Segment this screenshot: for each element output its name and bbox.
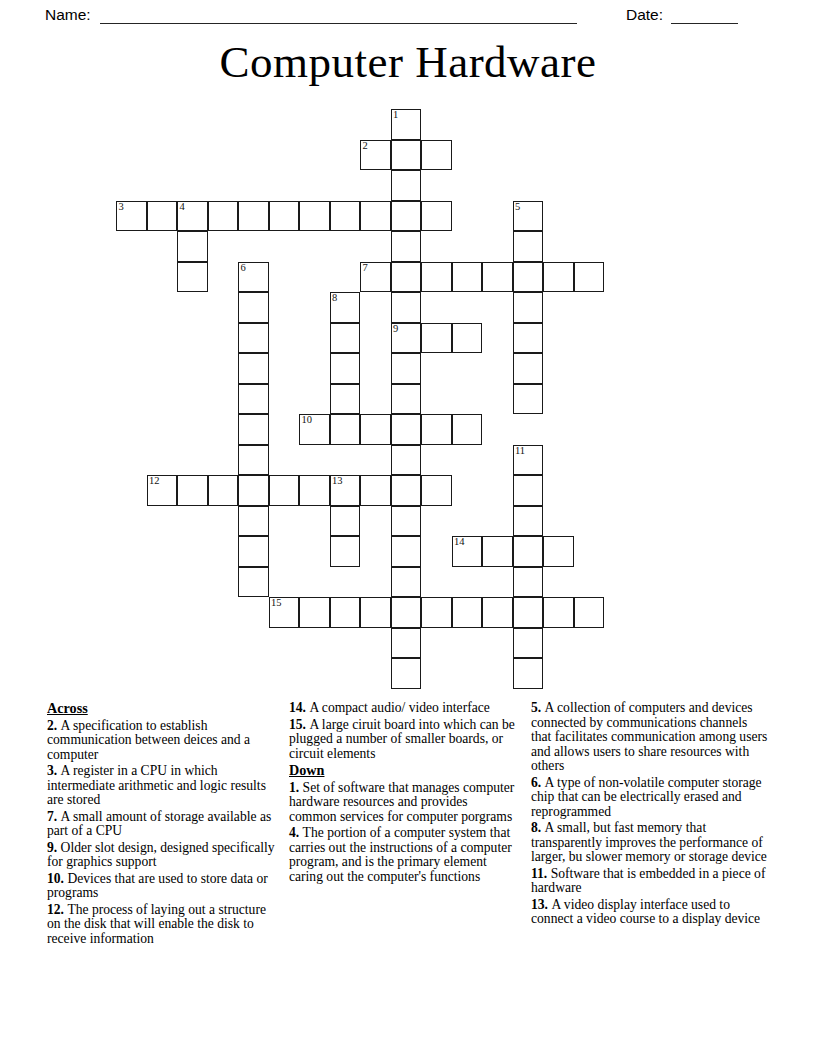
empty-space [543,140,574,171]
empty-space [543,231,574,262]
empty-space [177,292,208,323]
empty-space [421,658,452,689]
empty-space [543,384,574,415]
clue-number-12: 12 [149,475,160,486]
cell-r17c9[interactable] [391,628,422,659]
empty-space [147,628,178,659]
cell-r5c4[interactable]: 6 [238,262,269,293]
empty-space [147,353,178,384]
cell-r11c4[interactable] [238,445,269,476]
empty-space [452,384,483,415]
empty-space [482,445,513,476]
empty-space [299,292,330,323]
cell-r4c9[interactable] [391,231,422,262]
empty-space [482,292,513,323]
cell-r3c0[interactable]: 3 [116,201,147,232]
cell-r12c1[interactable]: 12 [147,475,178,506]
cell-r18c13[interactable] [513,658,544,689]
empty-space [452,475,483,506]
cell-r10c6[interactable]: 10 [299,414,330,445]
date-blank-line [671,6,738,24]
cell-r12c6[interactable] [299,475,330,506]
empty-space [116,597,147,628]
cell-r1c8[interactable]: 2 [360,140,391,171]
empty-space [574,658,605,689]
cell-r13c4[interactable] [238,506,269,537]
empty-space [238,658,269,689]
cell-r5c14[interactable] [543,262,574,293]
cell-r6c4[interactable] [238,292,269,323]
empty-space [574,567,605,598]
empty-space [116,658,147,689]
cell-r5c15[interactable] [574,262,605,293]
clue-4: 4. The portion of a computer system that… [289,826,517,884]
empty-space [330,262,361,293]
empty-space [360,292,391,323]
empty-space [543,201,574,232]
empty-space [360,506,391,537]
empty-space [421,353,452,384]
empty-space [147,445,178,476]
cell-r6c7[interactable]: 8 [330,292,361,323]
cell-r3c1[interactable] [147,201,178,232]
cell-r7c11[interactable] [452,323,483,354]
cell-r5c13[interactable] [513,262,544,293]
empty-space [482,414,513,445]
cell-r13c7[interactable] [330,506,361,537]
empty-space [208,323,239,354]
empty-space [177,384,208,415]
empty-space [299,658,330,689]
cell-r1c10[interactable] [421,140,452,171]
cell-r12c4[interactable] [238,475,269,506]
cell-r14c12[interactable] [482,536,513,567]
empty-space [299,231,330,262]
name-blank-line [100,6,577,24]
empty-space [238,628,269,659]
empty-space [299,170,330,201]
empty-space [543,475,574,506]
empty-space [482,231,513,262]
cell-r7c10[interactable] [421,323,452,354]
empty-space [177,445,208,476]
clue-10: 10. Devices that are used to store data … [47,872,277,901]
empty-space [452,140,483,171]
cell-r3c6[interactable] [299,201,330,232]
cell-r8c9[interactable] [391,353,422,384]
empty-space [452,292,483,323]
empty-space [116,567,147,598]
empty-space [574,536,605,567]
cell-r12c13[interactable] [513,475,544,506]
empty-space [543,292,574,323]
empty-space [177,658,208,689]
empty-space [360,567,391,598]
cell-r10c8[interactable] [360,414,391,445]
empty-space [116,109,147,140]
clue-column-1: Across2. A specification to establish co… [47,701,277,948]
cell-r3c4[interactable] [238,201,269,232]
cell-r11c9[interactable] [391,445,422,476]
cell-r10c11[interactable] [452,414,483,445]
empty-space [269,414,300,445]
empty-space [452,231,483,262]
cell-r7c9[interactable]: 9 [391,323,422,354]
cell-r5c9[interactable] [391,262,422,293]
empty-space [116,353,147,384]
cell-r13c9[interactable] [391,506,422,537]
cell-r5c2[interactable] [177,262,208,293]
clue-1: 1. Set of software that manages computer… [289,781,517,825]
empty-space [482,140,513,171]
empty-space [299,536,330,567]
clue-3: 3. A register in a CPU in which intermed… [47,764,277,808]
empty-space [177,353,208,384]
cell-r10c9[interactable] [391,414,422,445]
empty-space [330,109,361,140]
cell-r15c9[interactable] [391,567,422,598]
empty-space [208,170,239,201]
empty-space [360,536,391,567]
clue-number-13: 13 [332,475,343,486]
cell-r4c2[interactable] [177,231,208,262]
empty-space [177,506,208,537]
empty-space [147,262,178,293]
empty-space [543,506,574,537]
empty-space [147,567,178,598]
empty-space [543,445,574,476]
empty-space [574,353,605,384]
clue-number-4: 4 [180,201,185,212]
clue-column-3: 5. A collection of computers and devices… [531,701,771,929]
empty-space [299,262,330,293]
cell-r12c7[interactable]: 13 [330,475,361,506]
empty-space [208,384,239,415]
cell-r16c9[interactable] [391,597,422,628]
empty-space [421,628,452,659]
empty-space [147,384,178,415]
cell-r10c4[interactable] [238,414,269,445]
empty-space [208,445,239,476]
empty-space [482,506,513,537]
cell-r16c11[interactable] [452,597,483,628]
cell-r3c10[interactable] [421,201,452,232]
empty-space [147,292,178,323]
empty-space [208,658,239,689]
empty-space [269,536,300,567]
empty-space [452,445,483,476]
empty-space [421,536,452,567]
empty-space [482,658,513,689]
cell-r16c13[interactable] [513,597,544,628]
empty-space [269,353,300,384]
cell-r16c12[interactable] [482,597,513,628]
cell-r14c13[interactable] [513,536,544,567]
cell-r14c9[interactable] [391,536,422,567]
empty-space [177,567,208,598]
clue-9: 9. Older slot design, designed specifica… [47,841,277,870]
empty-space [421,506,452,537]
empty-space [513,109,544,140]
cell-r9c7[interactable] [330,384,361,415]
empty-space [238,231,269,262]
clue-11: 11. Software that is embedded in a piece… [531,867,771,896]
cell-r8c7[interactable] [330,353,361,384]
empty-space [574,475,605,506]
clue-number-11: 11 [515,445,525,456]
empty-space [543,353,574,384]
clue-column-2: 14. A compact audio/ video interface15. … [289,701,517,886]
clue-number-14: 14 [454,536,465,547]
empty-space [269,231,300,262]
empty-space [208,414,239,445]
cell-r3c7[interactable] [330,201,361,232]
empty-space [543,323,574,354]
empty-space [452,506,483,537]
clue-8: 8. A small, but fast memory that transpa… [531,821,771,865]
empty-space [269,567,300,598]
empty-space [147,323,178,354]
date-label: Date: [626,6,663,24]
cell-r16c10[interactable] [421,597,452,628]
page-title: Computer Hardware [0,36,816,88]
empty-space [360,445,391,476]
clue-12: 12. The process of laying out a structur… [47,903,277,947]
empty-space [421,170,452,201]
empty-space [177,414,208,445]
empty-space [299,323,330,354]
empty-space [116,292,147,323]
empty-space [513,140,544,171]
cell-r16c6[interactable] [299,597,330,628]
empty-space [269,658,300,689]
empty-space [116,536,147,567]
empty-space [116,231,147,262]
crossword-board: 123456789101112131415 [116,109,604,689]
empty-space [574,170,605,201]
empty-space [147,536,178,567]
empty-space [208,597,239,628]
cell-r1c9[interactable] [391,140,422,171]
cell-r16c7[interactable] [330,597,361,628]
empty-space [574,445,605,476]
cell-r2c9[interactable] [391,170,422,201]
clue-number-6: 6 [241,262,246,273]
empty-space [238,109,269,140]
empty-space [116,445,147,476]
empty-space [147,109,178,140]
empty-space [360,170,391,201]
empty-space [269,140,300,171]
empty-space [421,445,452,476]
cell-r12c10[interactable] [421,475,452,506]
empty-space [238,170,269,201]
cell-r16c15[interactable] [574,597,605,628]
empty-space [208,536,239,567]
empty-space [421,109,452,140]
empty-space [452,628,483,659]
empty-space [421,384,452,415]
cell-r12c2[interactable] [177,475,208,506]
empty-space [482,475,513,506]
cell-r15c13[interactable] [513,567,544,598]
empty-space [177,597,208,628]
cell-r5c10[interactable] [421,262,452,293]
cell-r12c8[interactable] [360,475,391,506]
empty-space [330,140,361,171]
clue-5: 5. A collection of computers and devices… [531,701,771,774]
cell-r18c9[interactable] [391,658,422,689]
cell-r11c13[interactable]: 11 [513,445,544,476]
cell-r14c7[interactable] [330,536,361,567]
clue-number-10: 10 [302,414,313,425]
empty-space [238,140,269,171]
empty-space [116,262,147,293]
cell-r12c5[interactable] [269,475,300,506]
empty-space [208,292,239,323]
cell-r14c11[interactable]: 14 [452,536,483,567]
empty-space [116,170,147,201]
empty-space [269,628,300,659]
empty-space [574,506,605,537]
empty-space [574,323,605,354]
empty-space [360,658,391,689]
empty-space [116,140,147,171]
across-header: Across [47,701,277,716]
empty-space [177,323,208,354]
cell-r9c4[interactable] [238,384,269,415]
empty-space [421,292,452,323]
empty-space [574,384,605,415]
worksheet-page: Name: Date: Computer Hardware 1234567891… [0,0,816,1056]
empty-space [147,597,178,628]
cell-r3c13[interactable]: 5 [513,201,544,232]
empty-space [299,384,330,415]
empty-space [116,414,147,445]
cell-r12c3[interactable] [208,475,239,506]
cell-r16c5[interactable]: 15 [269,597,300,628]
cell-r10c7[interactable] [330,414,361,445]
empty-space [452,170,483,201]
cell-r9c9[interactable] [391,384,422,415]
empty-space [299,506,330,537]
empty-space [299,567,330,598]
empty-space [269,262,300,293]
empty-space [269,170,300,201]
cell-r17c13[interactable] [513,628,544,659]
cell-r16c8[interactable] [360,597,391,628]
cell-r13c13[interactable] [513,506,544,537]
empty-space [360,231,391,262]
empty-space [208,567,239,598]
cell-r12c9[interactable] [391,475,422,506]
empty-space [360,109,391,140]
empty-space [543,567,574,598]
empty-space [360,628,391,659]
empty-space [177,536,208,567]
empty-space [177,109,208,140]
empty-space [208,506,239,537]
empty-space [269,445,300,476]
cell-r0c9[interactable]: 1 [391,109,422,140]
cell-r7c13[interactable] [513,323,544,354]
cell-r5c11[interactable] [452,262,483,293]
clue-number-5: 5 [515,201,520,212]
empty-space [482,567,513,598]
clue-13: 13. A video display interface used to co… [531,898,771,927]
empty-space [147,170,178,201]
empty-space [116,323,147,354]
empty-space [330,658,361,689]
empty-space [299,353,330,384]
empty-space [482,170,513,201]
clue-2: 2. A specification to establish communic… [47,719,277,763]
cell-r3c9[interactable] [391,201,422,232]
cell-r4c13[interactable] [513,231,544,262]
empty-space [269,109,300,140]
empty-space [147,506,178,537]
empty-space [330,628,361,659]
cell-r9c13[interactable] [513,384,544,415]
empty-space [208,231,239,262]
empty-space [452,567,483,598]
empty-space [299,445,330,476]
empty-space [574,628,605,659]
empty-space [299,140,330,171]
empty-space [574,292,605,323]
clue-14: 14. A compact audio/ video interface [289,701,517,716]
empty-space [421,567,452,598]
cell-r16c14[interactable] [543,597,574,628]
clue-7: 7. A small amount of storage available a… [47,810,277,839]
cell-r15c4[interactable] [238,567,269,598]
cell-r14c14[interactable] [543,536,574,567]
clue-number-1: 1 [393,109,398,120]
clue-number-9: 9 [393,323,398,334]
empty-space [330,567,361,598]
cell-r6c9[interactable] [391,292,422,323]
cell-r14c4[interactable] [238,536,269,567]
empty-space [116,506,147,537]
cell-r3c5[interactable] [269,201,300,232]
clue-number-2: 2 [363,140,368,151]
empty-space [269,292,300,323]
cell-r3c3[interactable] [208,201,239,232]
empty-space [360,384,391,415]
empty-space [452,658,483,689]
cell-r3c2[interactable]: 4 [177,201,208,232]
empty-space [147,231,178,262]
name-label: Name: [45,6,91,24]
cell-r5c12[interactable] [482,262,513,293]
cell-r7c4[interactable] [238,323,269,354]
cell-r5c8[interactable]: 7 [360,262,391,293]
cell-r3c8[interactable] [360,201,391,232]
cell-r8c4[interactable] [238,353,269,384]
cell-r6c13[interactable] [513,292,544,323]
cell-r7c7[interactable] [330,323,361,354]
empty-space [208,140,239,171]
empty-space [574,231,605,262]
empty-space [543,658,574,689]
empty-space [116,384,147,415]
empty-space [543,414,574,445]
clue-number-15: 15 [271,597,282,608]
cell-r8c13[interactable] [513,353,544,384]
cell-r10c10[interactable] [421,414,452,445]
empty-space [238,597,269,628]
empty-space [513,414,544,445]
